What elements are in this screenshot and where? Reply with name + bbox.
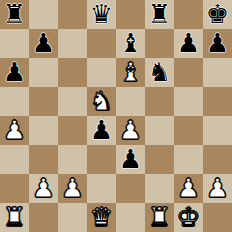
square-e7[interactable]: ♝ xyxy=(116,29,145,58)
square-c7[interactable] xyxy=(58,29,87,58)
square-d2[interactable] xyxy=(87,174,116,203)
white-queen[interactable]: ♛ xyxy=(90,203,113,232)
black-pawn[interactable]: ♟ xyxy=(206,29,229,58)
square-f5[interactable] xyxy=(145,87,174,116)
black-pawn[interactable]: ♟ xyxy=(3,58,26,87)
square-g7[interactable]: ♟ xyxy=(174,29,203,58)
white-pawn[interactable]: ♟ xyxy=(206,174,229,203)
square-h5[interactable] xyxy=(203,87,232,116)
square-a6[interactable]: ♟ xyxy=(0,58,29,87)
square-b8[interactable] xyxy=(29,0,58,29)
square-e1[interactable] xyxy=(116,203,145,232)
black-knight[interactable]: ♞ xyxy=(148,58,171,87)
square-d8[interactable]: ♛ xyxy=(87,0,116,29)
square-e6[interactable]: ♝ xyxy=(116,58,145,87)
square-g4[interactable] xyxy=(174,116,203,145)
square-c6[interactable] xyxy=(58,58,87,87)
square-h1[interactable] xyxy=(203,203,232,232)
square-d5[interactable]: ♞ xyxy=(87,87,116,116)
square-f1[interactable]: ♜ xyxy=(145,203,174,232)
square-a7[interactable] xyxy=(0,29,29,58)
square-d7[interactable] xyxy=(87,29,116,58)
square-h6[interactable] xyxy=(203,58,232,87)
square-f8[interactable]: ♜ xyxy=(145,0,174,29)
square-b2[interactable]: ♟ xyxy=(29,174,58,203)
square-g6[interactable] xyxy=(174,58,203,87)
square-c3[interactable] xyxy=(58,145,87,174)
black-rook[interactable]: ♜ xyxy=(148,0,171,29)
square-h2[interactable]: ♟ xyxy=(203,174,232,203)
square-b6[interactable] xyxy=(29,58,58,87)
square-a2[interactable] xyxy=(0,174,29,203)
square-b1[interactable] xyxy=(29,203,58,232)
square-c2[interactable]: ♟ xyxy=(58,174,87,203)
square-b5[interactable] xyxy=(29,87,58,116)
square-f3[interactable] xyxy=(145,145,174,174)
black-bishop[interactable]: ♝ xyxy=(119,29,142,58)
square-e3[interactable]: ♟ xyxy=(116,145,145,174)
square-d6[interactable] xyxy=(87,58,116,87)
square-c4[interactable] xyxy=(58,116,87,145)
square-f4[interactable] xyxy=(145,116,174,145)
square-a4[interactable]: ♟ xyxy=(0,116,29,145)
square-a8[interactable]: ♜ xyxy=(0,0,29,29)
square-f6[interactable]: ♞ xyxy=(145,58,174,87)
square-h8[interactable]: ♚ xyxy=(203,0,232,29)
white-rook[interactable]: ♜ xyxy=(148,203,171,232)
white-pawn[interactable]: ♟ xyxy=(3,116,26,145)
square-e4[interactable]: ♟ xyxy=(116,116,145,145)
square-g2[interactable]: ♟ xyxy=(174,174,203,203)
square-b3[interactable] xyxy=(29,145,58,174)
white-rook[interactable]: ♜ xyxy=(3,203,26,232)
square-b7[interactable]: ♟ xyxy=(29,29,58,58)
black-pawn[interactable]: ♟ xyxy=(177,29,200,58)
square-d4[interactable]: ♟ xyxy=(87,116,116,145)
black-rook[interactable]: ♜ xyxy=(3,0,26,29)
square-e5[interactable] xyxy=(116,87,145,116)
square-d3[interactable] xyxy=(87,145,116,174)
square-f2[interactable] xyxy=(145,174,174,203)
square-g1[interactable]: ♚ xyxy=(174,203,203,232)
square-g5[interactable] xyxy=(174,87,203,116)
square-a3[interactable] xyxy=(0,145,29,174)
square-b4[interactable] xyxy=(29,116,58,145)
square-h4[interactable] xyxy=(203,116,232,145)
square-e8[interactable] xyxy=(116,0,145,29)
square-h7[interactable]: ♟ xyxy=(203,29,232,58)
chess-board: ♜♛♜♚♟♝♟♟♟♝♞♞♟♟♟♟♟♟♟♟♜♛♜♚ xyxy=(0,0,232,232)
white-bishop[interactable]: ♝ xyxy=(119,58,142,87)
square-c5[interactable] xyxy=(58,87,87,116)
square-d1[interactable]: ♛ xyxy=(87,203,116,232)
white-king[interactable]: ♚ xyxy=(177,203,200,232)
black-pawn[interactable]: ♟ xyxy=(32,29,55,58)
square-f7[interactable] xyxy=(145,29,174,58)
square-a5[interactable] xyxy=(0,87,29,116)
square-c1[interactable] xyxy=(58,203,87,232)
black-queen[interactable]: ♛ xyxy=(90,0,113,29)
black-pawn[interactable]: ♟ xyxy=(90,116,113,145)
white-pawn[interactable]: ♟ xyxy=(32,174,55,203)
white-pawn[interactable]: ♟ xyxy=(177,174,200,203)
white-pawn[interactable]: ♟ xyxy=(61,174,84,203)
square-a1[interactable]: ♜ xyxy=(0,203,29,232)
white-pawn[interactable]: ♟ xyxy=(119,116,142,145)
white-knight[interactable]: ♞ xyxy=(90,87,113,116)
square-g8[interactable] xyxy=(174,0,203,29)
black-king[interactable]: ♚ xyxy=(206,0,229,29)
square-h3[interactable] xyxy=(203,145,232,174)
black-pawn[interactable]: ♟ xyxy=(119,145,142,174)
square-g3[interactable] xyxy=(174,145,203,174)
square-e2[interactable] xyxy=(116,174,145,203)
square-c8[interactable] xyxy=(58,0,87,29)
